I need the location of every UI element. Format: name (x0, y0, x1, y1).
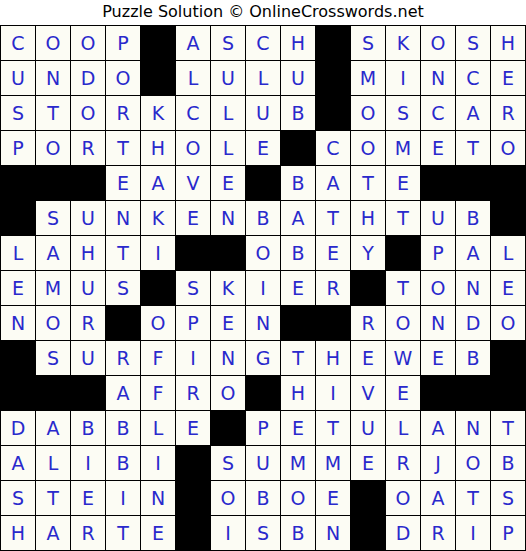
grid-cell-r9c15: O (491, 306, 525, 340)
grid-cell-r1c8: C (246, 26, 280, 60)
grid-cell-r13c11: E (351, 446, 385, 480)
grid-cell-r10c7: N (211, 341, 245, 375)
grid-cell-r15c4: T (106, 516, 140, 550)
block-cell-r9c10 (316, 306, 350, 340)
block-cell-r11c2 (36, 376, 70, 410)
grid-cell-r10c8: G (246, 341, 280, 375)
grid-cell-r8c2: M (36, 271, 70, 305)
grid-cell-r13c1: A (1, 446, 35, 480)
grid-cell-r7c10: E (316, 236, 350, 270)
grid-cell-r4c5: H (141, 131, 175, 165)
grid-cell-r10c6: I (176, 341, 210, 375)
grid-cell-r11c4: A (106, 376, 140, 410)
grid-cell-r2c8: L (246, 61, 280, 95)
grid-cell-r8c10: R (316, 271, 350, 305)
block-cell-r8c11 (351, 271, 385, 305)
grid-cell-r14c10: E (316, 481, 350, 515)
grid-cell-r8c15: E (491, 271, 525, 305)
grid-cell-r12c9: E (281, 411, 315, 445)
grid-cell-r11c11: V (351, 376, 385, 410)
grid-cell-r8c1: E (1, 271, 35, 305)
grid-cell-r10c2: S (36, 341, 70, 375)
grid-cell-r1c2: O (36, 26, 70, 60)
grid-cell-r2c9: U (281, 61, 315, 95)
grid-cell-r12c2: A (36, 411, 70, 445)
grid-cell-r12c3: B (71, 411, 105, 445)
grid-cell-r13c4: B (106, 446, 140, 480)
grid-cell-r9c7: E (211, 306, 245, 340)
grid-cell-r4c2: O (36, 131, 70, 165)
grid-cell-r12c5: L (141, 411, 175, 445)
grid-cell-r1c13: O (421, 26, 455, 60)
block-cell-r3c10 (316, 96, 350, 130)
grid-cell-r5c5: A (141, 166, 175, 200)
grid-cell-r5c7: E (211, 166, 245, 200)
grid-cell-r15c8: S (246, 516, 280, 550)
grid-cell-r10c11: E (351, 341, 385, 375)
grid-cell-r3c7: L (211, 96, 245, 130)
block-cell-r10c15 (491, 341, 525, 375)
grid-cell-r11c7: O (211, 376, 245, 410)
grid-cell-r15c12: D (386, 516, 420, 550)
grid-cell-r14c7: O (211, 481, 245, 515)
grid-cell-r2c12: I (386, 61, 420, 95)
grid-cell-r3c3: O (71, 96, 105, 130)
grid-cell-r8c8: I (246, 271, 280, 305)
grid-cell-r7c3: H (71, 236, 105, 270)
grid-cell-r14c2: T (36, 481, 70, 515)
grid-cell-r2c3: D (71, 61, 105, 95)
grid-cell-r14c4: I (106, 481, 140, 515)
page-title: Puzzle Solution © OnlineCrosswords.net (0, 0, 526, 25)
grid-cell-r6c5: K (141, 201, 175, 235)
grid-cell-r4c4: T (106, 131, 140, 165)
grid-cell-r14c15: S (491, 481, 525, 515)
grid-cell-r13c13: J (421, 446, 455, 480)
grid-cell-r9c13: N (421, 306, 455, 340)
grid-cell-r12c14: N (456, 411, 490, 445)
grid-cell-r13c7: S (211, 446, 245, 480)
grid-cell-r6c11: H (351, 201, 385, 235)
grid-cell-r11c10: I (316, 376, 350, 410)
grid-cell-r2c14: C (456, 61, 490, 95)
grid-cell-r8c9: E (281, 271, 315, 305)
block-cell-r8c5 (141, 271, 175, 305)
block-cell-r4c9 (281, 131, 315, 165)
grid-cell-r14c1: S (1, 481, 35, 515)
block-cell-r5c14 (456, 166, 490, 200)
grid-cell-r15c5: E (141, 516, 175, 550)
grid-cell-r11c9: H (281, 376, 315, 410)
grid-cell-r15c7: I (211, 516, 245, 550)
grid-cell-r7c14: A (456, 236, 490, 270)
grid-cell-r12c1: D (1, 411, 35, 445)
grid-cell-r7c15: L (491, 236, 525, 270)
grid-cell-r8c14: N (456, 271, 490, 305)
grid-cell-r6c3: U (71, 201, 105, 235)
block-cell-r5c1 (1, 166, 35, 200)
grid-cell-r9c12: O (386, 306, 420, 340)
grid-cell-r2c7: U (211, 61, 245, 95)
block-cell-r7c7 (211, 236, 245, 270)
grid-cell-r9c3: R (71, 306, 105, 340)
grid-cell-r9c6: P (176, 306, 210, 340)
block-cell-r5c2 (36, 166, 70, 200)
grid-cell-r6c14: B (456, 201, 490, 235)
block-cell-r15c11 (351, 516, 385, 550)
grid-cell-r3c15: R (491, 96, 525, 130)
grid-cell-r12c15: T (491, 411, 525, 445)
block-cell-r10c1 (1, 341, 35, 375)
block-cell-r14c6 (176, 481, 210, 515)
grid-cell-r13c5: I (141, 446, 175, 480)
block-cell-r7c6 (176, 236, 210, 270)
block-cell-r9c9 (281, 306, 315, 340)
block-cell-r12c7 (211, 411, 245, 445)
grid-cell-r3c13: C (421, 96, 455, 130)
grid-cell-r15c2: A (36, 516, 70, 550)
grid-cell-r4c14: T (456, 131, 490, 165)
grid-cell-r1c14: S (456, 26, 490, 60)
grid-cell-r3c8: U (246, 96, 280, 130)
grid-cell-r6c2: S (36, 201, 70, 235)
grid-cell-r15c10: N (316, 516, 350, 550)
grid-cell-r6c4: N (106, 201, 140, 235)
grid-cell-r10c5: F (141, 341, 175, 375)
grid-cell-r11c6: R (176, 376, 210, 410)
grid-cell-r4c3: R (71, 131, 105, 165)
grid-cell-r13c9: M (281, 446, 315, 480)
block-cell-r1c10 (316, 26, 350, 60)
grid-cell-r10c14: B (456, 341, 490, 375)
grid-cell-r13c3: I (71, 446, 105, 480)
grid-cell-r10c4: R (106, 341, 140, 375)
grid-cell-r8c12: T (386, 271, 420, 305)
grid-cell-r7c9: B (281, 236, 315, 270)
grid-cell-r4c11: O (351, 131, 385, 165)
grid-cell-r4c6: O (176, 131, 210, 165)
block-cell-r11c1 (1, 376, 35, 410)
grid-cell-r9c1: N (1, 306, 35, 340)
block-cell-r11c8 (246, 376, 280, 410)
grid-cell-r6c9: A (281, 201, 315, 235)
grid-cell-r13c15: B (491, 446, 525, 480)
block-cell-r5c15 (491, 166, 525, 200)
grid-cell-r4c15: O (491, 131, 525, 165)
grid-cell-r5c12: E (386, 166, 420, 200)
grid-cell-r7c1: L (1, 236, 35, 270)
block-cell-r2c10 (316, 61, 350, 95)
grid-cell-r12c11: U (351, 411, 385, 445)
grid-cell-r6c12: T (386, 201, 420, 235)
grid-cell-r1c4: P (106, 26, 140, 60)
grid-cell-r4c10: C (316, 131, 350, 165)
grid-cell-r8c7: K (211, 271, 245, 305)
grid-cell-r7c2: A (36, 236, 70, 270)
grid-cell-r13c12: R (386, 446, 420, 480)
grid-cell-r8c13: O (421, 271, 455, 305)
grid-cell-r2c1: U (1, 61, 35, 95)
grid-cell-r1c6: A (176, 26, 210, 60)
grid-cell-r3c9: B (281, 96, 315, 130)
grid-cell-r5c10: A (316, 166, 350, 200)
grid-cell-r13c10: M (316, 446, 350, 480)
grid-cell-r7c8: O (246, 236, 280, 270)
grid-cell-r9c14: D (456, 306, 490, 340)
grid-cell-r13c8: U (246, 446, 280, 480)
grid-cell-r9c5: O (141, 306, 175, 340)
block-cell-r11c13 (421, 376, 455, 410)
grid-cell-r6c13: U (421, 201, 455, 235)
grid-cell-r11c12: E (386, 376, 420, 410)
grid-cell-r15c14: I (456, 516, 490, 550)
grid-cell-r1c15: H (491, 26, 525, 60)
grid-cell-r3c2: T (36, 96, 70, 130)
grid-cell-r12c10: T (316, 411, 350, 445)
grid-cell-r12c4: B (106, 411, 140, 445)
grid-cell-r2c15: E (491, 61, 525, 95)
grid-cell-r4c7: L (211, 131, 245, 165)
grid-cell-r6c6: E (176, 201, 210, 235)
grid-cell-r7c13: P (421, 236, 455, 270)
block-cell-r9c4 (106, 306, 140, 340)
block-cell-r14c11 (351, 481, 385, 515)
grid-cell-r4c13: E (421, 131, 455, 165)
grid-cell-r13c14: O (456, 446, 490, 480)
grid-cell-r14c5: N (141, 481, 175, 515)
grid-cell-r2c4: O (106, 61, 140, 95)
grid-cell-r5c6: V (176, 166, 210, 200)
grid-cell-r2c13: N (421, 61, 455, 95)
grid-cell-r1c9: H (281, 26, 315, 60)
grid-cell-r12c8: P (246, 411, 280, 445)
grid-cell-r14c13: A (421, 481, 455, 515)
block-cell-r1c5 (141, 26, 175, 60)
block-cell-r13c6 (176, 446, 210, 480)
grid-cell-r3c12: S (386, 96, 420, 130)
block-cell-r6c15 (491, 201, 525, 235)
grid-cell-r2c6: L (176, 61, 210, 95)
grid-cell-r2c11: M (351, 61, 385, 95)
grid-cell-r6c8: B (246, 201, 280, 235)
grid-cell-r3c4: R (106, 96, 140, 130)
puzzle-solution-page: Puzzle Solution © OnlineCrosswords.net C… (0, 0, 526, 551)
grid-cell-r1c3: O (71, 26, 105, 60)
grid-cell-r1c11: S (351, 26, 385, 60)
grid-cell-r10c12: W (386, 341, 420, 375)
grid-cell-r4c12: M (386, 131, 420, 165)
grid-cell-r14c14: T (456, 481, 490, 515)
block-cell-r7c12 (386, 236, 420, 270)
crossword-grid: COOPASCHSKOSHUNDOLULUMINCESTORKCLUBOSCAR… (0, 25, 526, 551)
grid-cell-r10c9: T (281, 341, 315, 375)
block-cell-r15c6 (176, 516, 210, 550)
grid-cell-r12c6: E (176, 411, 210, 445)
grid-cell-r6c10: T (316, 201, 350, 235)
grid-cell-r3c1: S (1, 96, 35, 130)
grid-cell-r14c9: O (281, 481, 315, 515)
grid-cell-r12c13: A (421, 411, 455, 445)
block-cell-r6c1 (1, 201, 35, 235)
grid-cell-r10c10: H (316, 341, 350, 375)
block-cell-r2c5 (141, 61, 175, 95)
grid-cell-r12c12: L (386, 411, 420, 445)
grid-cell-r5c9: B (281, 166, 315, 200)
grid-cell-r1c12: K (386, 26, 420, 60)
grid-cell-r3c5: K (141, 96, 175, 130)
grid-cell-r7c5: I (141, 236, 175, 270)
grid-cell-r13c2: L (36, 446, 70, 480)
grid-cell-r15c13: R (421, 516, 455, 550)
grid-cell-r10c13: E (421, 341, 455, 375)
grid-cell-r8c3: U (71, 271, 105, 305)
grid-cell-r14c3: E (71, 481, 105, 515)
block-cell-r11c15 (491, 376, 525, 410)
grid-cell-r14c12: O (386, 481, 420, 515)
grid-cell-r7c11: Y (351, 236, 385, 270)
grid-cell-r15c1: H (1, 516, 35, 550)
grid-cell-r1c1: C (1, 26, 35, 60)
grid-cell-r9c11: R (351, 306, 385, 340)
block-cell-r5c3 (71, 166, 105, 200)
block-cell-r11c3 (71, 376, 105, 410)
grid-cell-r8c6: S (176, 271, 210, 305)
grid-cell-r9c8: N (246, 306, 280, 340)
grid-cell-r8c4: S (106, 271, 140, 305)
grid-cell-r10c3: U (71, 341, 105, 375)
grid-cell-r9c2: O (36, 306, 70, 340)
block-cell-r5c13 (421, 166, 455, 200)
grid-cell-r3c11: O (351, 96, 385, 130)
grid-cell-r1c7: S (211, 26, 245, 60)
grid-cell-r5c4: E (106, 166, 140, 200)
grid-cell-r15c9: B (281, 516, 315, 550)
grid-cell-r11c5: F (141, 376, 175, 410)
grid-cell-r5c11: T (351, 166, 385, 200)
grid-cell-r4c1: P (1, 131, 35, 165)
grid-cell-r15c3: R (71, 516, 105, 550)
grid-cell-r6c7: N (211, 201, 245, 235)
block-cell-r5c8 (246, 166, 280, 200)
grid-cell-r7c4: T (106, 236, 140, 270)
grid-cell-r4c8: E (246, 131, 280, 165)
block-cell-r11c14 (456, 376, 490, 410)
grid-cell-r3c6: C (176, 96, 210, 130)
grid-cell-r15c15: P (491, 516, 525, 550)
grid-cell-r14c8: B (246, 481, 280, 515)
grid-cell-r3c14: A (456, 96, 490, 130)
grid-cell-r2c2: N (36, 61, 70, 95)
